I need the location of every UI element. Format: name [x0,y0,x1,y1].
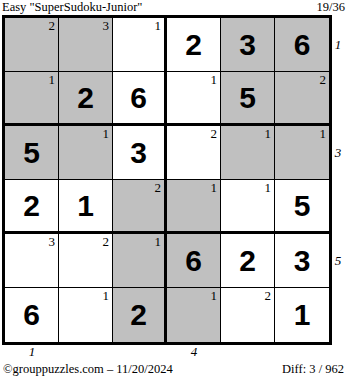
pencil-mark: 1 [265,126,272,141]
row-label-1: 1 [332,18,344,72]
copyright-text: ©grouppuzzles.com – 11/20/2024 [3,362,173,376]
progress-counter: 19/36 [317,0,345,14]
cell-r6c1[interactable]: 6 [5,288,59,342]
row-label-2 [332,72,344,126]
cell-r6c4[interactable]: 1 [167,288,221,342]
row-label-4 [332,180,344,234]
cell-value: 1 [77,191,94,221]
footer: ©grouppuzzles.com – 11/20/2024 Diff: 3 /… [0,362,347,376]
pencil-mark: 2 [103,234,110,249]
cell-r2c5[interactable]: 5 [221,72,275,126]
pencil-mark: 2 [49,18,56,33]
column-label-4: 4 [191,345,198,359]
pencil-mark: 1 [155,18,162,33]
header: Easy "SuperSudoku-Junior" 19/36 [0,0,347,15]
cell-value: 3 [239,30,256,60]
cell-r6c6[interactable]: 1 [275,288,329,342]
pencil-mark: 1 [155,234,162,249]
cell-r2c1[interactable]: 1 [5,72,59,126]
cell-r1c6[interactable]: 6 [275,18,329,72]
pencil-mark: 1 [211,180,218,195]
row-label-3: 3 [332,126,344,180]
pencil-mark: 1 [103,126,110,141]
pencil-mark: 1 [211,288,218,303]
pencil-mark: 2 [155,180,162,195]
cell-r3c5[interactable]: 1 [221,126,275,180]
board-area: 231236126152513211212115321623612121 135 [2,15,347,345]
pencil-mark: 1 [320,126,327,141]
cell-value: 1 [294,300,311,330]
pencil-mark: 2 [320,72,327,87]
cell-r2c3[interactable]: 6 [113,72,167,126]
cell-value: 3 [294,246,311,276]
cell-value: 6 [294,30,311,60]
cell-r5c1[interactable]: 3 [5,234,59,288]
cell-r3c1[interactable]: 5 [5,126,59,180]
pencil-mark: 3 [49,234,56,249]
cell-r6c2[interactable]: 1 [59,288,113,342]
pencil-mark: 1 [265,180,272,195]
cell-r1c2[interactable]: 3 [59,18,113,72]
puzzle-page: Easy "SuperSudoku-Junior" 19/36 23123612… [0,0,347,381]
row-label-5: 5 [332,234,344,288]
cell-r2c2[interactable]: 2 [59,72,113,126]
cell-r4c4[interactable]: 1 [167,180,221,234]
cell-r3c3[interactable]: 3 [113,126,167,180]
pencil-mark: 1 [103,288,110,303]
cell-r3c2[interactable]: 1 [59,126,113,180]
cell-value: 2 [239,246,256,276]
cell-r4c2[interactable]: 1 [59,180,113,234]
pencil-mark: 3 [103,18,110,33]
row-labels: 135 [332,18,344,345]
sudoku-board: 231236126152513211212115321623612121 [2,15,332,345]
cell-r5c2[interactable]: 2 [59,234,113,288]
pencil-mark: 1 [49,72,56,87]
cell-r5c4[interactable]: 6 [167,234,221,288]
cell-value: 5 [239,83,256,113]
row-label-6 [332,288,344,342]
page-title: Easy "SuperSudoku-Junior" [2,0,142,14]
cell-value: 6 [23,300,40,330]
cell-r1c1[interactable]: 2 [5,18,59,72]
difficulty-text: Diff: 3 / 962 [282,362,344,376]
cell-r4c6[interactable]: 5 [275,180,329,234]
cell-r4c1[interactable]: 2 [5,180,59,234]
pencil-mark: 1 [211,72,218,87]
cell-value: 5 [23,138,40,168]
pencil-mark: 2 [265,288,272,303]
cell-r5c5[interactable]: 2 [221,234,275,288]
cell-value: 2 [130,300,147,330]
cell-value: 6 [185,246,202,276]
cell-r1c4[interactable]: 2 [167,18,221,72]
column-labels: 14 [2,345,332,359]
cell-r2c4[interactable]: 1 [167,72,221,126]
cell-value: 2 [77,83,94,113]
cell-r5c3[interactable]: 1 [113,234,167,288]
cell-r1c5[interactable]: 3 [221,18,275,72]
pencil-mark: 2 [211,126,218,141]
cell-r4c3[interactable]: 2 [113,180,167,234]
cell-r3c6[interactable]: 1 [275,126,329,180]
cell-r5c6[interactable]: 3 [275,234,329,288]
cell-r6c3[interactable]: 2 [113,288,167,342]
cell-value: 6 [130,83,147,113]
cell-value: 3 [130,138,147,168]
cell-r4c5[interactable]: 1 [221,180,275,234]
cell-r6c5[interactable]: 2 [221,288,275,342]
cell-value: 2 [23,191,40,221]
cell-r3c4[interactable]: 2 [167,126,221,180]
cell-value: 2 [185,30,202,60]
cell-r2c6[interactable]: 2 [275,72,329,126]
cell-value: 5 [294,191,311,221]
cell-r1c3[interactable]: 1 [113,18,167,72]
column-label-1: 1 [29,345,36,359]
